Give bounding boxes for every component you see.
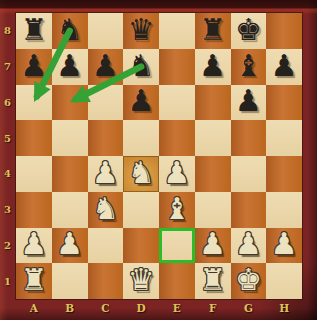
file-label-h: H: [266, 298, 302, 318]
piece-black-knight-d7[interactable]: ♞: [128, 51, 155, 81]
file-label-e: E: [159, 298, 195, 318]
piece-black-rook-a8[interactable]: ♜: [20, 15, 47, 45]
rank-label-7: 7: [0, 49, 15, 85]
square-a7[interactable]: ♟: [16, 49, 52, 85]
square-g7[interactable]: ♝: [231, 49, 267, 85]
square-e1[interactable]: [159, 263, 195, 299]
square-b5[interactable]: [52, 120, 88, 156]
piece-black-pawn-c7[interactable]: ♟: [92, 51, 119, 81]
square-c4[interactable]: ♟: [88, 156, 124, 192]
square-d8[interactable]: ♛: [123, 13, 159, 49]
piece-white-knight-d4[interactable]: ♞: [128, 158, 155, 188]
square-f4[interactable]: [195, 156, 231, 192]
square-g1[interactable]: ♚: [231, 263, 267, 299]
square-a3[interactable]: [16, 192, 52, 228]
square-d3[interactable]: [123, 192, 159, 228]
square-h1[interactable]: [266, 263, 302, 299]
piece-black-pawn-g6[interactable]: ♟: [235, 86, 262, 116]
piece-black-pawn-f7[interactable]: ♟: [199, 51, 226, 81]
rank-label-8: 8: [0, 13, 15, 49]
square-f5[interactable]: [195, 120, 231, 156]
square-d5[interactable]: [123, 120, 159, 156]
piece-black-queen-d8[interactable]: ♛: [128, 15, 155, 45]
chess-board[interactable]: ♜♞♛♜♚♟♟♟♞♟♝♟♟♟♟♞♟♞♝♟♟♟♟♟♜♛♜♚: [16, 13, 302, 299]
rank-label-4: 4: [0, 156, 15, 192]
piece-white-pawn-a2[interactable]: ♟: [20, 229, 47, 259]
piece-black-pawn-h7[interactable]: ♟: [271, 51, 298, 81]
piece-white-pawn-b2[interactable]: ♟: [56, 229, 83, 259]
square-f2[interactable]: ♟: [195, 228, 231, 264]
square-b2[interactable]: ♟: [52, 228, 88, 264]
piece-black-pawn-b7[interactable]: ♟: [56, 51, 83, 81]
piece-black-king-g8[interactable]: ♚: [235, 15, 262, 45]
chess-board-window: 87654321 ABCDEFGH ♜♞♛♜♚♟♟♟♞♟♝♟♟♟♟♞♟♞♝♟♟♟…: [0, 0, 317, 320]
square-c5[interactable]: [88, 120, 124, 156]
square-e7[interactable]: [159, 49, 195, 85]
square-f1[interactable]: ♜: [195, 263, 231, 299]
piece-white-pawn-c4[interactable]: ♟: [92, 158, 119, 188]
piece-white-pawn-h2[interactable]: ♟: [271, 229, 298, 259]
square-a1[interactable]: ♜: [16, 263, 52, 299]
piece-white-pawn-f2[interactable]: ♟: [199, 229, 226, 259]
square-b7[interactable]: ♟: [52, 49, 88, 85]
file-label-f: F: [195, 298, 231, 318]
square-d4[interactable]: ♞: [123, 156, 159, 192]
square-c7[interactable]: ♟: [88, 49, 124, 85]
square-g5[interactable]: [231, 120, 267, 156]
file-label-g: G: [231, 298, 267, 318]
square-f6[interactable]: [195, 85, 231, 121]
piece-black-bishop-g7[interactable]: ♝: [235, 51, 262, 81]
rank-label-2: 2: [0, 228, 15, 264]
square-g6[interactable]: ♟: [231, 85, 267, 121]
square-a4[interactable]: [16, 156, 52, 192]
piece-black-pawn-d6[interactable]: ♟: [128, 86, 155, 116]
square-g2[interactable]: ♟: [231, 228, 267, 264]
piece-white-queen-d1[interactable]: ♛: [128, 265, 155, 295]
square-e8[interactable]: [159, 13, 195, 49]
file-labels: ABCDEFGH: [16, 298, 302, 318]
square-a5[interactable]: [16, 120, 52, 156]
file-label-b: B: [52, 298, 88, 318]
square-e3[interactable]: ♝: [159, 192, 195, 228]
square-a6[interactable]: [16, 85, 52, 121]
rank-label-1: 1: [0, 263, 15, 299]
square-c6[interactable]: [88, 85, 124, 121]
piece-white-rook-a1[interactable]: ♜: [20, 265, 47, 295]
square-b8[interactable]: ♞: [52, 13, 88, 49]
piece-black-pawn-a7[interactable]: ♟: [20, 51, 47, 81]
square-b3[interactable]: [52, 192, 88, 228]
square-e5[interactable]: [159, 120, 195, 156]
piece-white-bishop-e3[interactable]: ♝: [163, 194, 190, 224]
square-h4[interactable]: [266, 156, 302, 192]
file-label-c: C: [88, 298, 124, 318]
square-a2[interactable]: ♟: [16, 228, 52, 264]
piece-white-king-g1[interactable]: ♚: [235, 265, 262, 295]
square-c1[interactable]: [88, 263, 124, 299]
square-d2[interactable]: [123, 228, 159, 264]
file-label-a: A: [16, 298, 52, 318]
piece-white-rook-f1[interactable]: ♜: [199, 265, 226, 295]
square-g4[interactable]: [231, 156, 267, 192]
square-c2[interactable]: [88, 228, 124, 264]
square-h2[interactable]: ♟: [266, 228, 302, 264]
rank-label-3: 3: [0, 192, 15, 228]
piece-black-rook-f8[interactable]: ♜: [199, 15, 226, 45]
square-g3[interactable]: [231, 192, 267, 228]
square-d6[interactable]: ♟: [123, 85, 159, 121]
square-b1[interactable]: [52, 263, 88, 299]
square-d1[interactable]: ♛: [123, 263, 159, 299]
square-f3[interactable]: [195, 192, 231, 228]
rank-label-6: 6: [0, 85, 15, 121]
square-g8[interactable]: ♚: [231, 13, 267, 49]
square-h5[interactable]: [266, 120, 302, 156]
square-c8[interactable]: [88, 13, 124, 49]
square-f8[interactable]: ♜: [195, 13, 231, 49]
piece-black-knight-b8[interactable]: ♞: [56, 15, 83, 45]
square-b4[interactable]: [52, 156, 88, 192]
rank-label-5: 5: [0, 120, 15, 156]
square-c3[interactable]: ♞: [88, 192, 124, 228]
square-b6[interactable]: [52, 85, 88, 121]
piece-white-pawn-g2[interactable]: ♟: [235, 229, 262, 259]
rank-labels: 87654321: [0, 13, 15, 299]
square-f7[interactable]: ♟: [195, 49, 231, 85]
square-h8[interactable]: [266, 13, 302, 49]
square-h6[interactable]: [266, 85, 302, 121]
square-a8[interactable]: ♜: [16, 13, 52, 49]
square-e6[interactable]: [159, 85, 195, 121]
file-label-d: D: [123, 298, 159, 318]
piece-white-knight-c3[interactable]: ♞: [92, 194, 119, 224]
piece-white-pawn-e4[interactable]: ♟: [163, 158, 190, 188]
square-e4[interactable]: ♟: [159, 156, 195, 192]
square-e2[interactable]: [159, 228, 195, 264]
square-d7[interactable]: ♞: [123, 49, 159, 85]
square-h3[interactable]: [266, 192, 302, 228]
square-h7[interactable]: ♟: [266, 49, 302, 85]
